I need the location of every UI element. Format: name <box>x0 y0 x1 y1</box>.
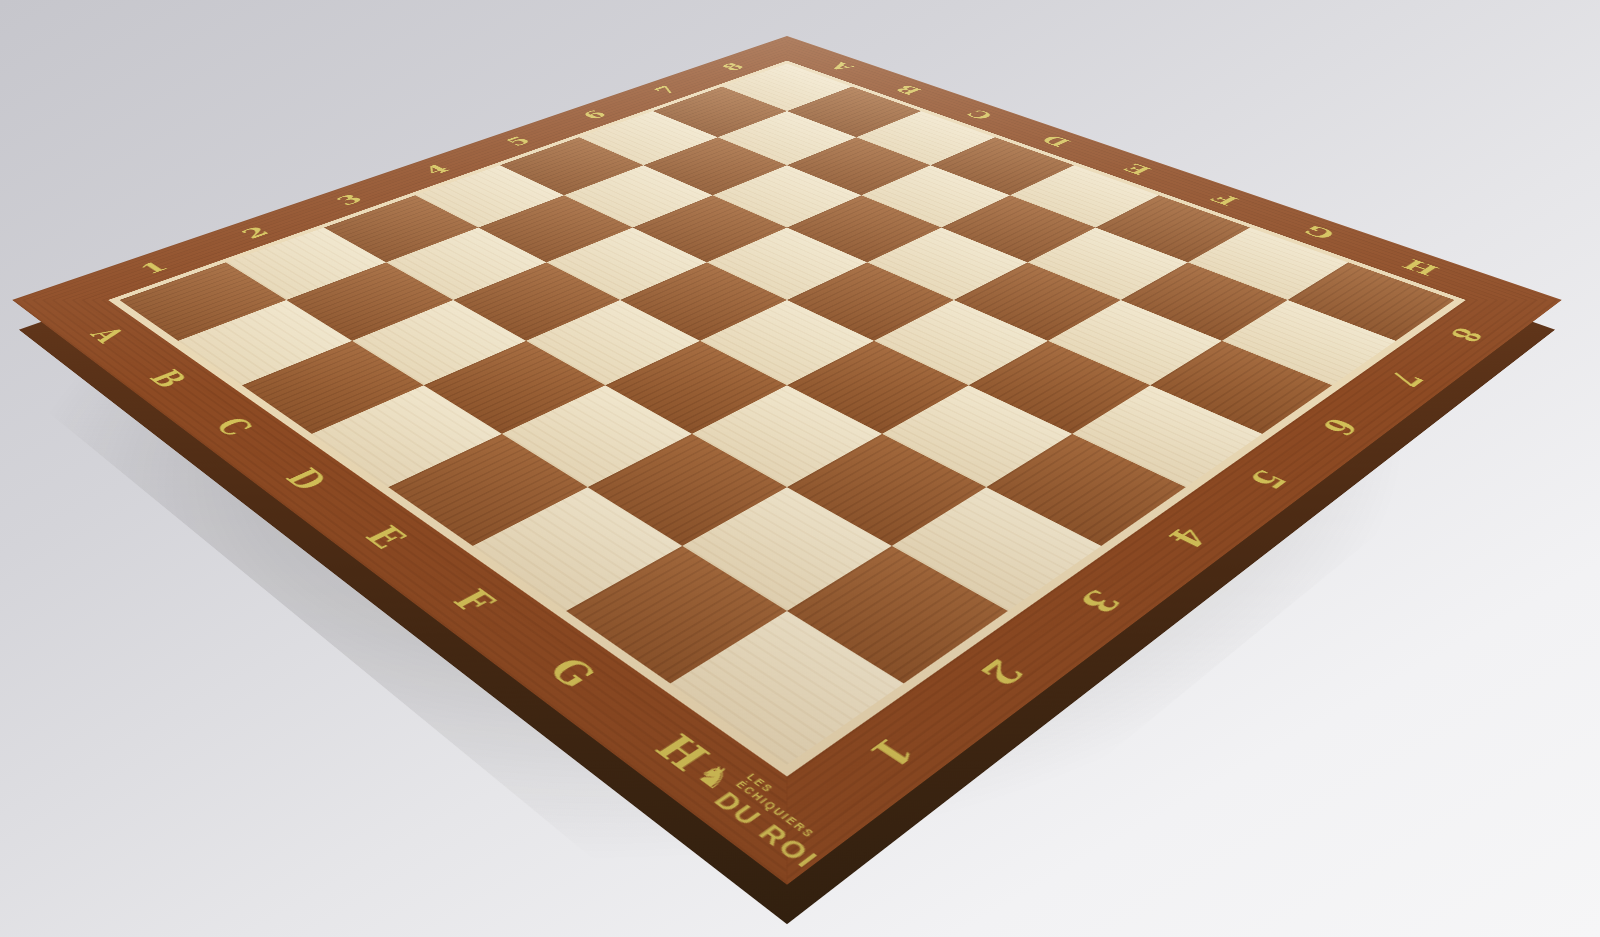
chess-board-3d: AABBCCDDEEFFGGHH1122334455667788 ♞ LES É… <box>12 36 1562 885</box>
board-top-face: AABBCCDDEEFFGGHH1122334455667788 ♞ LES É… <box>12 36 1562 885</box>
squares-grid <box>119 64 1454 765</box>
photo-scene: AABBCCDDEEFFGGHH1122334455667788 ♞ LES É… <box>0 0 1600 937</box>
maple-inlay-line <box>108 61 1466 777</box>
